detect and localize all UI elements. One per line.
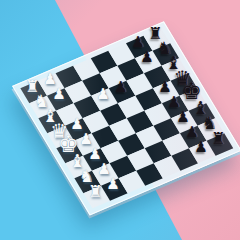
photo-canvas: ♜♞♝♛♚♝♞♜♟♟♟♟♟♟♟♟♟♟♟♟♟♟♟♟♜♞♝♛♚♝♞♜ [0,0,240,240]
